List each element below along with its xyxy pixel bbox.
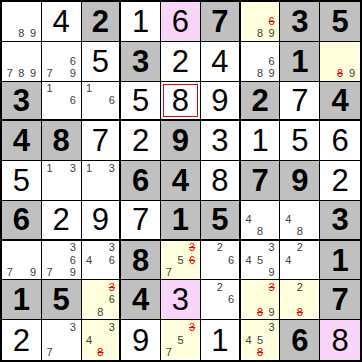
solved-digit: 3 [201, 121, 239, 160]
given-digit: 9 [280, 161, 319, 200]
cell-r1c5[interactable]: 6 [161, 2, 201, 42]
candidate-grid: 389 [241, 280, 280, 319]
candidate-3: 3 [106, 321, 117, 334]
candidate-grid: 16 [82, 82, 120, 120]
cell-r4c6[interactable]: 3 [201, 121, 241, 161]
given-digit: 7 [320, 280, 360, 319]
solved-digit: 2 [42, 201, 81, 239]
candidate-8: 8 [254, 67, 266, 79]
cell-r8c4[interactable]: 4 [121, 280, 161, 320]
candidate-4: 4 [84, 334, 95, 347]
candidate-9: 9 [27, 28, 39, 40]
cell-r6c9[interactable]: 3 [320, 201, 360, 241]
candidate-4: 4 [243, 254, 255, 266]
cell-r3c2[interactable]: 16 [42, 82, 82, 122]
candidate-grid: 89 [320, 42, 360, 81]
cell-r4c5[interactable]: 9 [161, 121, 201, 161]
candidate-8: 8 [254, 28, 266, 40]
solved-digit: 2 [161, 42, 200, 81]
given-digit: 2 [82, 2, 120, 41]
cell-r8c3[interactable]: 368 [82, 280, 122, 320]
candidate-2: 2 [214, 242, 225, 254]
solved-digit: 7 [82, 121, 120, 160]
solved-digit: 8 [201, 161, 239, 200]
solved-digit: 5 [2, 161, 41, 200]
candidate-2: 2 [294, 242, 306, 254]
cell-r9c5[interactable]: 357 [161, 320, 201, 360]
solved-digit: 6 [161, 2, 200, 41]
candidate-7: 7 [163, 266, 175, 278]
given-digit: 6 [280, 320, 319, 360]
candidate-3-eliminated: 3 [106, 281, 117, 293]
cell-r5c1[interactable]: 5 [2, 161, 42, 201]
cell-r2c6[interactable]: 4 [201, 42, 241, 82]
candidate-3: 3 [67, 321, 79, 334]
cell-r3c9[interactable]: 4 [320, 82, 360, 122]
solved-digit: 1 [241, 121, 280, 160]
cell-r2c4[interactable]: 3 [121, 42, 161, 82]
cell-r9c4[interactable]: 9 [121, 320, 161, 360]
cell-r9c2[interactable]: 37 [42, 320, 82, 360]
cell-r7c3[interactable]: 346 [82, 241, 122, 281]
cell-r9c8[interactable]: 6 [280, 320, 320, 360]
cell-r8c2[interactable]: 5 [42, 280, 82, 320]
candidate-grid: 13 [82, 161, 120, 200]
candidate-3: 3 [67, 242, 79, 254]
cell-r1c4[interactable]: 1 [121, 2, 161, 42]
cell-r1c6[interactable]: 7 [201, 2, 241, 42]
cell-r7c7[interactable]: 3459 [241, 241, 281, 281]
cell-r8c8[interactable]: 28 [280, 280, 320, 320]
solved-digit: 5 [82, 42, 120, 81]
given-digit: 3 [280, 2, 319, 41]
given-digit: 1 [280, 42, 319, 81]
candidate-grid: 368 [82, 280, 120, 319]
solved-digit: 5 [121, 82, 160, 120]
candidate-8-eliminated: 8 [254, 306, 266, 318]
solved-digit: 1 [121, 2, 160, 41]
cell-r6c1[interactable]: 6 [2, 201, 42, 241]
cell-r7c8[interactable]: 24 [280, 241, 320, 281]
candidate-8: 8 [16, 28, 28, 40]
cell-r6c3[interactable]: 9 [82, 201, 122, 241]
candidate-6: 6 [106, 254, 117, 266]
candidate-1: 1 [84, 83, 95, 95]
solved-digit: 8 [161, 82, 200, 120]
solved-digit: 9 [121, 320, 160, 360]
cell-r5c7[interactable]: 7 [241, 161, 281, 201]
cell-r7c9[interactable]: 1 [320, 241, 360, 281]
candidate-6: 6 [225, 294, 236, 306]
cell-r8c1[interactable]: 1 [2, 280, 42, 320]
candidate-4: 4 [84, 254, 95, 266]
candidate-8: 8 [95, 306, 106, 318]
candidate-7: 7 [44, 346, 56, 359]
cell-r7c1[interactable]: 79 [2, 241, 42, 281]
cell-r3c4[interactable]: 5 [121, 82, 161, 122]
cell-r8c9[interactable]: 7 [320, 280, 360, 320]
candidate-6-eliminated: 6 [266, 15, 278, 27]
solved-digit: 2 [2, 320, 41, 360]
cell-r6c5[interactable]: 1 [161, 201, 201, 241]
candidate-grid: 79 [2, 241, 41, 280]
given-digit: 2 [241, 82, 280, 120]
candidate-2: 2 [214, 281, 225, 293]
candidate-grid: 13 [42, 161, 81, 200]
given-digit: 6 [121, 161, 160, 200]
cell-r5c8[interactable]: 9 [280, 161, 320, 201]
solved-digit: 2 [121, 121, 160, 160]
solved-digit: 3 [161, 280, 200, 319]
cell-r7c4[interactable]: 8 [121, 241, 161, 281]
candidate-9: 9 [27, 266, 39, 278]
candidate-1: 1 [44, 162, 56, 174]
candidate-6-eliminated: 6 [186, 254, 198, 266]
candidate-9: 9 [266, 306, 278, 318]
cell-r5c4[interactable]: 6 [121, 161, 161, 201]
candidate-grid: 28 [280, 280, 319, 319]
cell-r4c2[interactable]: 8 [42, 121, 82, 161]
candidate-grid: 24 [280, 241, 319, 280]
candidate-grid: 346 [82, 241, 120, 280]
cell-r3c1[interactable]: 3 [2, 82, 42, 122]
candidate-8: 8 [16, 67, 28, 79]
cell-r3c8[interactable]: 7 [280, 82, 320, 122]
candidate-4: 4 [282, 254, 294, 266]
candidate-5: 5 [254, 334, 266, 347]
candidate-grid: 3459 [241, 241, 280, 280]
given-digit: 1 [320, 241, 360, 280]
cell-r2c8[interactable]: 1 [280, 42, 320, 82]
candidate-grid: 689 [241, 42, 280, 81]
candidate-1: 1 [44, 83, 56, 95]
cell-r9c1[interactable]: 2 [2, 320, 42, 360]
cell-r2c7[interactable]: 689 [241, 42, 281, 82]
candidate-grid: 357 [161, 320, 200, 360]
candidate-1: 1 [84, 162, 95, 174]
candidate-7: 7 [4, 67, 16, 79]
cell-r3c3[interactable]: 16 [82, 82, 122, 122]
cell-r2c3[interactable]: 5 [82, 42, 122, 82]
candidate-2: 2 [294, 281, 306, 293]
given-digit: 8 [121, 241, 160, 280]
cell-r6c8[interactable]: 48 [280, 201, 320, 241]
given-digit: 3 [2, 82, 41, 120]
cell-r2c1[interactable]: 789 [2, 42, 42, 82]
cell-r1c3[interactable]: 2 [82, 2, 122, 42]
solved-digit: 9 [201, 82, 239, 120]
candidate-grid: 3679 [42, 241, 81, 280]
candidate-7: 7 [44, 266, 56, 278]
cell-r5c2[interactable]: 13 [42, 161, 82, 201]
candidate-3-eliminated: 3 [186, 242, 198, 254]
candidate-7: 7 [4, 266, 16, 278]
given-digit: 4 [121, 280, 160, 319]
candidate-grid: 89 [2, 2, 41, 41]
cell-r8c5[interactable]: 3 [161, 280, 201, 320]
candidate-6: 6 [225, 254, 236, 266]
cell-r7c2[interactable]: 3679 [42, 241, 82, 281]
candidate-6: 6 [67, 94, 79, 106]
cell-r8c7[interactable]: 389 [241, 280, 281, 320]
candidate-3: 3 [67, 162, 79, 174]
candidate-9: 9 [346, 67, 358, 79]
solved-digit: 9 [82, 201, 120, 239]
given-digit: 6 [2, 201, 41, 239]
candidate-8-eliminated: 8 [294, 306, 306, 318]
candidate-grid: 3458 [241, 320, 280, 360]
candidate-9: 9 [27, 67, 39, 79]
given-digit: 8 [42, 121, 81, 160]
cell-r4c9[interactable]: 6 [320, 121, 360, 161]
cell-r2c5[interactable]: 2 [161, 42, 201, 82]
cell-r1c1[interactable]: 89 [2, 2, 42, 42]
solved-digit: 4 [42, 2, 81, 41]
given-digit: 4 [161, 161, 200, 200]
candidate-8-eliminated: 8 [334, 67, 346, 79]
candidate-6: 6 [67, 254, 79, 266]
candidate-3: 3 [266, 242, 278, 254]
cell-r6c2[interactable]: 2 [42, 201, 82, 241]
given-digit: 5 [320, 2, 360, 41]
cell-r4c1[interactable]: 4 [2, 121, 42, 161]
cell-r7c6[interactable]: 26 [201, 241, 241, 281]
candidate-grid: 348 [82, 320, 120, 360]
cell-r9c9[interactable]: 8 [320, 320, 360, 360]
solved-digit: 2 [320, 161, 360, 200]
candidate-9: 9 [266, 67, 278, 79]
candidate-6: 6 [67, 55, 79, 67]
cell-r3c7[interactable]: 2 [241, 82, 281, 122]
cell-r9c3[interactable]: 348 [82, 320, 122, 360]
cell-r3c6[interactable]: 9 [201, 82, 241, 122]
candidate-8: 8 [294, 226, 306, 238]
candidate-4: 4 [243, 334, 255, 347]
cell-r9c6[interactable]: 1 [201, 320, 241, 360]
cell-r7c5[interactable]: 3567 [161, 241, 201, 281]
given-digit: 9 [161, 121, 200, 160]
candidate-3: 3 [106, 242, 117, 254]
candidate-grid: 48 [241, 201, 280, 239]
cell-r4c3[interactable]: 7 [82, 121, 122, 161]
candidate-8-eliminated: 8 [95, 346, 106, 359]
candidate-9: 9 [266, 266, 278, 278]
candidate-3-eliminated: 3 [186, 321, 198, 334]
cell-r6c6[interactable]: 5 [201, 201, 241, 241]
candidate-3: 3 [266, 321, 278, 334]
solved-digit: 4 [201, 42, 239, 81]
candidate-grid: 789 [2, 42, 41, 81]
candidate-5: 5 [175, 334, 187, 347]
solved-digit: 7 [121, 201, 160, 239]
cell-r1c2[interactable]: 4 [42, 2, 82, 42]
cell-r5c5[interactable]: 4 [161, 161, 201, 201]
candidate-grid: 679 [42, 42, 81, 81]
candidate-6: 6 [106, 94, 117, 106]
cell-r1c7[interactable]: 689 [241, 2, 281, 42]
cell-r2c2[interactable]: 679 [42, 42, 82, 82]
cell-r5c6[interactable]: 8 [201, 161, 241, 201]
cell-r2c9[interactable]: 89 [320, 42, 360, 82]
cell-r1c8[interactable]: 3 [280, 2, 320, 42]
candidate-grid: 37 [42, 320, 81, 360]
cell-r4c7[interactable]: 1 [241, 121, 281, 161]
candidate-5: 5 [175, 254, 187, 266]
cell-r1c9[interactable]: 5 [320, 2, 360, 42]
solved-digit: 5 [280, 121, 319, 160]
cell-r4c4[interactable]: 2 [121, 121, 161, 161]
candidate-4: 4 [282, 214, 294, 226]
given-digit: 1 [161, 201, 200, 239]
cell-r6c4[interactable]: 7 [121, 201, 161, 241]
given-digit: 7 [241, 161, 280, 200]
solved-digit: 8 [320, 320, 360, 360]
given-digit: 3 [320, 201, 360, 239]
cell-r3c5[interactable]: 8 [161, 82, 201, 122]
candidate-3: 3 [106, 162, 117, 174]
candidate-grid: 26 [201, 280, 239, 319]
cell-r6c7[interactable]: 48 [241, 201, 281, 241]
candidate-4: 4 [243, 214, 255, 226]
solved-digit: 1 [201, 320, 239, 360]
candidate-3-eliminated: 3 [266, 281, 278, 293]
candidate-7: 7 [163, 346, 175, 359]
candidate-5: 5 [254, 254, 266, 266]
cell-r8c6[interactable]: 26 [201, 280, 241, 320]
candidate-6: 6 [106, 294, 117, 306]
cell-r5c3[interactable]: 13 [82, 161, 122, 201]
given-digit: 1 [2, 280, 41, 319]
candidate-9: 9 [67, 67, 79, 79]
candidate-8: 8 [254, 226, 266, 238]
candidate-grid: 16 [42, 82, 81, 120]
candidate-grid: 26 [201, 241, 239, 280]
solved-digit: 7 [280, 82, 319, 120]
candidate-grid: 3567 [161, 241, 200, 280]
sudoku-board: 8942167689357896795324689189316165892744… [0, 0, 362, 362]
candidate-grid: 689 [241, 2, 280, 41]
solved-digit: 6 [320, 121, 360, 160]
given-digit: 5 [201, 201, 239, 239]
given-digit: 4 [320, 82, 360, 120]
given-digit: 4 [2, 121, 41, 160]
candidate-9: 9 [67, 266, 79, 278]
given-digit: 3 [121, 42, 160, 81]
given-digit: 7 [201, 2, 239, 41]
given-digit: 5 [42, 280, 81, 319]
candidate-9: 9 [266, 28, 278, 40]
cell-r9c7[interactable]: 3458 [241, 320, 281, 360]
cell-r5c9[interactable]: 2 [320, 161, 360, 201]
candidate-7: 7 [44, 67, 56, 79]
cell-r4c8[interactable]: 5 [280, 121, 320, 161]
candidate-8-eliminated: 8 [254, 346, 266, 359]
candidate-6: 6 [266, 55, 278, 67]
candidate-grid: 48 [280, 201, 319, 239]
